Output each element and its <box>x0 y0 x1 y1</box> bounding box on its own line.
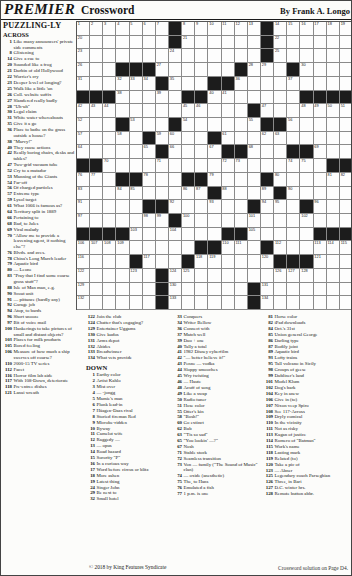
grid-cell[interactable] <box>130 145 143 159</box>
grid-cell[interactable] <box>195 269 208 283</box>
grid-cell[interactable] <box>287 214 300 228</box>
grid-cell[interactable]: 79 <box>208 173 221 187</box>
grid-cell[interactable] <box>287 296 300 310</box>
grid-cell[interactable] <box>248 49 261 63</box>
grid-cell[interactable] <box>327 63 340 77</box>
grid-cell[interactable] <box>195 63 208 77</box>
grid-cell[interactable] <box>195 118 208 132</box>
grid-cell[interactable] <box>314 187 327 201</box>
grid-cell[interactable] <box>235 255 248 269</box>
grid-cell[interactable] <box>287 91 300 105</box>
grid-cell[interactable]: 37 <box>287 77 300 91</box>
grid-cell[interactable] <box>195 214 208 228</box>
grid-cell[interactable]: 64 <box>77 145 90 159</box>
grid-cell[interactable] <box>208 49 221 63</box>
grid-cell[interactable] <box>300 49 313 63</box>
grid-cell[interactable]: 54 <box>182 118 195 132</box>
grid-cell[interactable] <box>169 104 182 118</box>
grid-cell[interactable] <box>90 36 103 50</box>
grid-cell[interactable] <box>235 187 248 201</box>
grid-cell[interactable]: 94 <box>261 200 274 214</box>
grid-cell[interactable] <box>300 77 313 91</box>
grid-cell[interactable] <box>103 132 116 146</box>
grid-cell[interactable] <box>208 118 221 132</box>
grid-cell[interactable]: 81 <box>327 173 340 187</box>
grid-cell[interactable] <box>261 269 274 283</box>
grid-cell[interactable]: 69 <box>314 145 327 159</box>
grid-cell[interactable] <box>143 36 156 50</box>
grid-cell[interactable]: 100 <box>182 214 195 228</box>
grid-cell[interactable] <box>156 187 169 201</box>
grid-cell[interactable]: 134 <box>261 296 274 310</box>
grid-cell[interactable]: 47 <box>261 104 274 118</box>
grid-cell[interactable] <box>300 228 313 242</box>
grid-cell[interactable] <box>208 269 221 283</box>
grid-cell[interactable] <box>314 283 327 297</box>
grid-cell[interactable]: 19 <box>340 22 352 36</box>
grid-cell[interactable]: 120 <box>261 255 274 269</box>
grid-cell[interactable]: 63 <box>274 132 287 146</box>
grid-cell[interactable]: 21 <box>182 36 195 50</box>
grid-cell[interactable] <box>340 255 352 269</box>
grid-cell[interactable] <box>300 132 313 146</box>
grid-cell[interactable]: 88 <box>222 187 235 201</box>
grid-cell[interactable]: 85 <box>130 187 143 201</box>
grid-cell[interactable]: 34 <box>143 77 156 91</box>
grid-cell[interactable] <box>235 200 248 214</box>
grid-cell[interactable] <box>90 296 103 310</box>
grid-cell[interactable] <box>248 269 261 283</box>
grid-cell[interactable] <box>143 296 156 310</box>
grid-cell[interactable]: 38 <box>116 91 129 105</box>
grid-cell[interactable] <box>327 187 340 201</box>
grid-cell[interactable] <box>116 145 129 159</box>
grid-cell[interactable]: 112 <box>274 241 287 255</box>
grid-cell[interactable]: 55 <box>248 118 261 132</box>
grid-cell[interactable] <box>327 214 340 228</box>
grid-cell[interactable] <box>130 159 143 173</box>
grid-cell[interactable] <box>156 255 169 269</box>
grid-cell[interactable]: 102 <box>300 214 313 228</box>
grid-cell[interactable] <box>300 173 313 187</box>
grid-cell[interactable]: 46 <box>195 104 208 118</box>
grid-cell[interactable]: 42 <box>77 104 90 118</box>
grid-cell[interactable] <box>90 77 103 91</box>
grid-cell[interactable] <box>327 36 340 50</box>
grid-cell[interactable] <box>248 132 261 146</box>
grid-cell[interactable] <box>143 118 156 132</box>
grid-cell[interactable]: 76 <box>77 173 90 187</box>
grid-cell[interactable] <box>130 214 143 228</box>
grid-cell[interactable]: 77 <box>90 173 103 187</box>
grid-cell[interactable]: 8 <box>182 22 195 36</box>
grid-cell[interactable]: 12 <box>235 22 248 36</box>
grid-cell[interactable] <box>261 77 274 91</box>
grid-cell[interactable] <box>314 49 327 63</box>
grid-cell[interactable]: 30 <box>300 63 313 77</box>
grid-cell[interactable] <box>222 173 235 187</box>
grid-cell[interactable]: 57 <box>77 132 90 146</box>
grid-cell[interactable] <box>130 36 143 50</box>
grid-cell[interactable] <box>340 187 352 201</box>
grid-cell[interactable] <box>314 173 327 187</box>
grid-cell[interactable] <box>182 228 195 242</box>
grid-cell[interactable]: 1 <box>77 22 90 36</box>
grid-cell[interactable] <box>287 228 300 242</box>
grid-cell[interactable]: 33 <box>130 77 143 91</box>
grid-cell[interactable]: 108 <box>103 241 116 255</box>
grid-cell[interactable]: 56 <box>287 118 300 132</box>
grid-cell[interactable]: 65 <box>143 145 156 159</box>
grid-cell[interactable] <box>208 214 221 228</box>
grid-cell[interactable]: 49 <box>314 104 327 118</box>
grid-cell[interactable]: 41 <box>222 91 235 105</box>
grid-cell[interactable]: 9 <box>195 22 208 36</box>
grid-cell[interactable]: 27 <box>156 63 169 77</box>
grid-cell[interactable] <box>300 296 313 310</box>
grid-cell[interactable]: 3 <box>103 22 116 36</box>
grid-cell[interactable] <box>300 36 313 50</box>
grid-cell[interactable] <box>222 214 235 228</box>
grid-cell[interactable] <box>90 63 103 77</box>
grid-cell[interactable] <box>222 36 235 50</box>
grid-cell[interactable] <box>248 241 261 255</box>
grid-cell[interactable]: 4 <box>116 22 129 36</box>
grid-cell[interactable]: 109 <box>116 241 129 255</box>
grid-cell[interactable]: 40 <box>208 91 221 105</box>
grid-cell[interactable] <box>222 49 235 63</box>
grid-cell[interactable] <box>314 77 327 91</box>
grid-cell[interactable] <box>103 36 116 50</box>
grid-cell[interactable]: 124 <box>169 269 182 283</box>
grid-cell[interactable]: 5 <box>130 22 143 36</box>
grid-cell[interactable] <box>327 118 340 132</box>
grid-cell[interactable] <box>248 255 261 269</box>
grid-cell[interactable] <box>314 159 327 173</box>
grid-cell[interactable] <box>222 283 235 297</box>
grid-cell[interactable] <box>103 63 116 77</box>
grid-cell[interactable]: 91 <box>77 200 90 214</box>
grid-cell[interactable] <box>156 49 169 63</box>
grid-cell[interactable] <box>156 173 169 187</box>
grid-cell[interactable]: 83 <box>77 187 90 201</box>
grid-cell[interactable] <box>182 159 195 173</box>
grid-cell[interactable]: 7 <box>156 22 169 36</box>
grid-cell[interactable] <box>274 145 287 159</box>
grid-cell[interactable] <box>222 118 235 132</box>
grid-cell[interactable] <box>103 255 116 269</box>
grid-cell[interactable] <box>340 296 352 310</box>
grid-cell[interactable] <box>235 283 248 297</box>
grid-cell[interactable] <box>314 63 327 77</box>
grid-cell[interactable] <box>143 241 156 255</box>
grid-cell[interactable] <box>130 132 143 146</box>
grid-cell[interactable] <box>130 283 143 297</box>
grid-cell[interactable]: 45 <box>182 104 195 118</box>
grid-cell[interactable]: 35 <box>169 77 182 91</box>
grid-cell[interactable] <box>195 145 208 159</box>
grid-cell[interactable] <box>195 200 208 214</box>
grid-cell[interactable]: 44 <box>103 104 116 118</box>
grid-cell[interactable] <box>208 296 221 310</box>
grid-cell[interactable] <box>248 187 261 201</box>
grid-cell[interactable] <box>116 36 129 50</box>
grid-cell[interactable] <box>235 118 248 132</box>
grid-cell[interactable] <box>248 91 261 105</box>
grid-cell[interactable]: 111 <box>235 241 248 255</box>
grid-cell[interactable] <box>156 104 169 118</box>
grid-cell[interactable] <box>195 36 208 50</box>
grid-cell[interactable] <box>340 36 352 50</box>
grid-cell[interactable] <box>314 214 327 228</box>
grid-cell[interactable] <box>195 132 208 146</box>
grid-cell[interactable] <box>90 145 103 159</box>
grid-cell[interactable]: 133 <box>169 296 182 310</box>
grid-cell[interactable] <box>182 77 195 91</box>
grid-cell[interactable]: 110 <box>222 241 235 255</box>
grid-cell[interactable] <box>169 159 182 173</box>
grid-cell[interactable]: 18 <box>327 22 340 36</box>
grid-cell[interactable] <box>195 77 208 91</box>
grid-cell[interactable]: 103 <box>130 228 143 242</box>
grid-cell[interactable] <box>195 159 208 173</box>
grid-cell[interactable] <box>103 296 116 310</box>
grid-cell[interactable] <box>274 214 287 228</box>
grid-cell[interactable] <box>116 159 129 173</box>
grid-cell[interactable]: 43 <box>90 104 103 118</box>
grid-cell[interactable] <box>116 283 129 297</box>
grid-cell[interactable] <box>300 283 313 297</box>
grid-cell[interactable] <box>261 145 274 159</box>
grid-cell[interactable]: 115 <box>340 241 352 255</box>
grid-cell[interactable] <box>116 296 129 310</box>
grid-cell[interactable] <box>195 49 208 63</box>
grid-cell[interactable] <box>222 63 235 77</box>
grid-cell[interactable] <box>130 91 143 105</box>
grid-cell[interactable] <box>130 241 143 255</box>
grid-cell[interactable]: 87 <box>195 187 208 201</box>
grid-cell[interactable] <box>182 241 195 255</box>
grid-cell[interactable] <box>182 132 195 146</box>
grid-cell[interactable]: 90 <box>287 187 300 201</box>
grid-cell[interactable] <box>143 49 156 63</box>
grid-cell[interactable] <box>287 49 300 63</box>
grid-cell[interactable] <box>103 118 116 132</box>
grid-cell[interactable]: 15 <box>287 22 300 36</box>
grid-cell[interactable]: 59 <box>156 132 169 146</box>
grid-cell[interactable] <box>287 241 300 255</box>
grid-cell[interactable] <box>195 228 208 242</box>
grid-cell[interactable] <box>274 77 287 91</box>
grid-cell[interactable] <box>182 49 195 63</box>
grid-cell[interactable] <box>222 200 235 214</box>
grid-cell[interactable]: 58 <box>116 132 129 146</box>
grid-cell[interactable]: 86 <box>182 187 195 201</box>
grid-cell[interactable]: 67 <box>208 145 221 159</box>
grid-cell[interactable] <box>182 145 195 159</box>
grid-cell[interactable] <box>235 173 248 187</box>
grid-cell[interactable]: 104 <box>169 228 182 242</box>
grid-cell[interactable] <box>90 214 103 228</box>
grid-cell[interactable] <box>116 104 129 118</box>
grid-cell[interactable]: 16 <box>300 22 313 36</box>
grid-cell[interactable] <box>314 269 327 283</box>
grid-cell[interactable] <box>156 36 169 50</box>
grid-cell[interactable]: 131 <box>261 283 274 297</box>
grid-cell[interactable]: 39 <box>156 91 169 105</box>
grid-cell[interactable] <box>327 296 340 310</box>
grid-cell[interactable]: 97 <box>77 214 90 228</box>
grid-cell[interactable]: 107 <box>90 241 103 255</box>
grid-cell[interactable]: 32 <box>116 77 129 91</box>
grid-cell[interactable] <box>287 104 300 118</box>
grid-cell[interactable] <box>208 228 221 242</box>
grid-cell[interactable]: 14 <box>274 22 287 36</box>
grid-cell[interactable]: 84 <box>116 187 129 201</box>
grid-cell[interactable]: 48 <box>300 104 313 118</box>
grid-cell[interactable] <box>169 91 182 105</box>
grid-cell[interactable] <box>90 118 103 132</box>
grid-cell[interactable]: 62 <box>261 132 274 146</box>
grid-cell[interactable] <box>195 283 208 297</box>
grid-cell[interactable] <box>340 269 352 283</box>
grid-cell[interactable]: 51 <box>340 104 352 118</box>
grid-cell[interactable] <box>103 145 116 159</box>
grid-cell[interactable] <box>143 91 156 105</box>
grid-cell[interactable] <box>274 283 287 297</box>
grid-cell[interactable] <box>169 173 182 187</box>
grid-cell[interactable] <box>208 63 221 77</box>
grid-cell[interactable]: 10 <box>208 22 221 36</box>
grid-cell[interactable] <box>340 77 352 91</box>
grid-cell[interactable] <box>327 283 340 297</box>
grid-cell[interactable] <box>314 132 327 146</box>
grid-cell[interactable] <box>274 63 287 77</box>
grid-cell[interactable] <box>156 118 169 132</box>
grid-cell[interactable]: 74 <box>287 159 300 173</box>
grid-cell[interactable] <box>287 36 300 50</box>
grid-cell[interactable]: 99 <box>156 214 169 228</box>
grid-cell[interactable]: 70 <box>103 159 116 173</box>
grid-cell[interactable]: 82 <box>340 173 352 187</box>
grid-cell[interactable] <box>248 173 261 187</box>
grid-cell[interactable] <box>327 200 340 214</box>
grid-cell[interactable] <box>156 241 169 255</box>
grid-cell[interactable]: 116 <box>77 255 90 269</box>
grid-cell[interactable] <box>314 118 327 132</box>
grid-cell[interactable]: 28 <box>248 63 261 77</box>
grid-cell[interactable] <box>287 283 300 297</box>
grid-cell[interactable]: 36 <box>235 77 248 91</box>
grid-cell[interactable]: 11 <box>222 22 235 36</box>
grid-cell[interactable]: 95 <box>274 200 287 214</box>
grid-cell[interactable] <box>90 132 103 146</box>
grid-cell[interactable] <box>340 200 352 214</box>
grid-cell[interactable] <box>90 200 103 214</box>
grid-cell[interactable] <box>169 241 182 255</box>
grid-cell[interactable]: 92 <box>169 200 182 214</box>
grid-cell[interactable]: 53 <box>130 118 143 132</box>
grid-cell[interactable]: 25 <box>274 49 287 63</box>
grid-cell[interactable] <box>208 104 221 118</box>
grid-cell[interactable] <box>261 228 274 242</box>
grid-cell[interactable] <box>103 187 116 201</box>
grid-cell[interactable]: 2 <box>90 22 103 36</box>
grid-cell[interactable] <box>235 214 248 228</box>
grid-cell[interactable] <box>300 187 313 201</box>
grid-cell[interactable]: 89 <box>261 187 274 201</box>
grid-cell[interactable]: 119 <box>208 255 221 269</box>
grid-cell[interactable] <box>248 36 261 50</box>
grid-cell[interactable] <box>116 269 129 283</box>
grid-cell[interactable] <box>90 49 103 63</box>
grid-cell[interactable]: 93 <box>208 200 221 214</box>
grid-cell[interactable] <box>182 296 195 310</box>
grid-cell[interactable] <box>103 214 116 228</box>
grid-cell[interactable] <box>235 91 248 105</box>
grid-cell[interactable]: 105 <box>248 228 261 242</box>
grid-cell[interactable] <box>235 36 248 50</box>
grid-cell[interactable] <box>182 63 195 77</box>
grid-cell[interactable] <box>116 255 129 269</box>
grid-cell[interactable]: 129 <box>77 283 90 297</box>
grid-cell[interactable]: 118 <box>195 255 208 269</box>
grid-cell[interactable] <box>169 187 182 201</box>
grid-cell[interactable]: 17 <box>314 22 327 36</box>
grid-cell[interactable] <box>340 132 352 146</box>
grid-cell[interactable]: 29 <box>261 63 274 77</box>
grid-cell[interactable]: 72 <box>222 159 235 173</box>
grid-cell[interactable] <box>182 283 195 297</box>
grid-cell[interactable]: 26 <box>77 63 90 77</box>
grid-cell[interactable]: 52 <box>77 118 90 132</box>
grid-cell[interactable]: 122 <box>77 269 90 283</box>
grid-cell[interactable] <box>261 159 274 173</box>
grid-cell[interactable] <box>143 104 156 118</box>
grid-cell[interactable] <box>143 283 156 297</box>
grid-cell[interactable]: 23 <box>77 49 90 63</box>
grid-cell[interactable] <box>143 228 156 242</box>
grid-cell[interactable] <box>235 49 248 63</box>
grid-cell[interactable]: 125 <box>182 269 195 283</box>
grid-cell[interactable] <box>287 132 300 146</box>
grid-cell[interactable] <box>130 104 143 118</box>
grid-cell[interactable] <box>130 200 143 214</box>
grid-cell[interactable] <box>287 200 300 214</box>
grid-cell[interactable]: 101 <box>248 214 261 228</box>
grid-cell[interactable]: 96 <box>314 200 327 214</box>
grid-cell[interactable] <box>130 49 143 63</box>
grid-cell[interactable] <box>143 269 156 283</box>
grid-cell[interactable]: 78 <box>143 173 156 187</box>
grid-cell[interactable] <box>90 283 103 297</box>
grid-cell[interactable] <box>195 296 208 310</box>
grid-cell[interactable] <box>314 296 327 310</box>
grid-cell[interactable] <box>90 269 103 283</box>
grid-cell[interactable] <box>156 228 169 242</box>
grid-cell[interactable] <box>261 214 274 228</box>
grid-cell[interactable] <box>169 255 182 269</box>
grid-cell[interactable]: 31 <box>77 77 90 91</box>
grid-cell[interactable] <box>222 255 235 269</box>
grid-cell[interactable] <box>300 118 313 132</box>
grid-cell[interactable]: 106 <box>77 241 90 255</box>
grid-cell[interactable]: 123 <box>130 269 143 283</box>
grid-cell[interactable]: 61 <box>222 132 235 146</box>
grid-cell[interactable] <box>222 269 235 283</box>
grid-cell[interactable] <box>340 63 352 77</box>
grid-cell[interactable] <box>103 283 116 297</box>
